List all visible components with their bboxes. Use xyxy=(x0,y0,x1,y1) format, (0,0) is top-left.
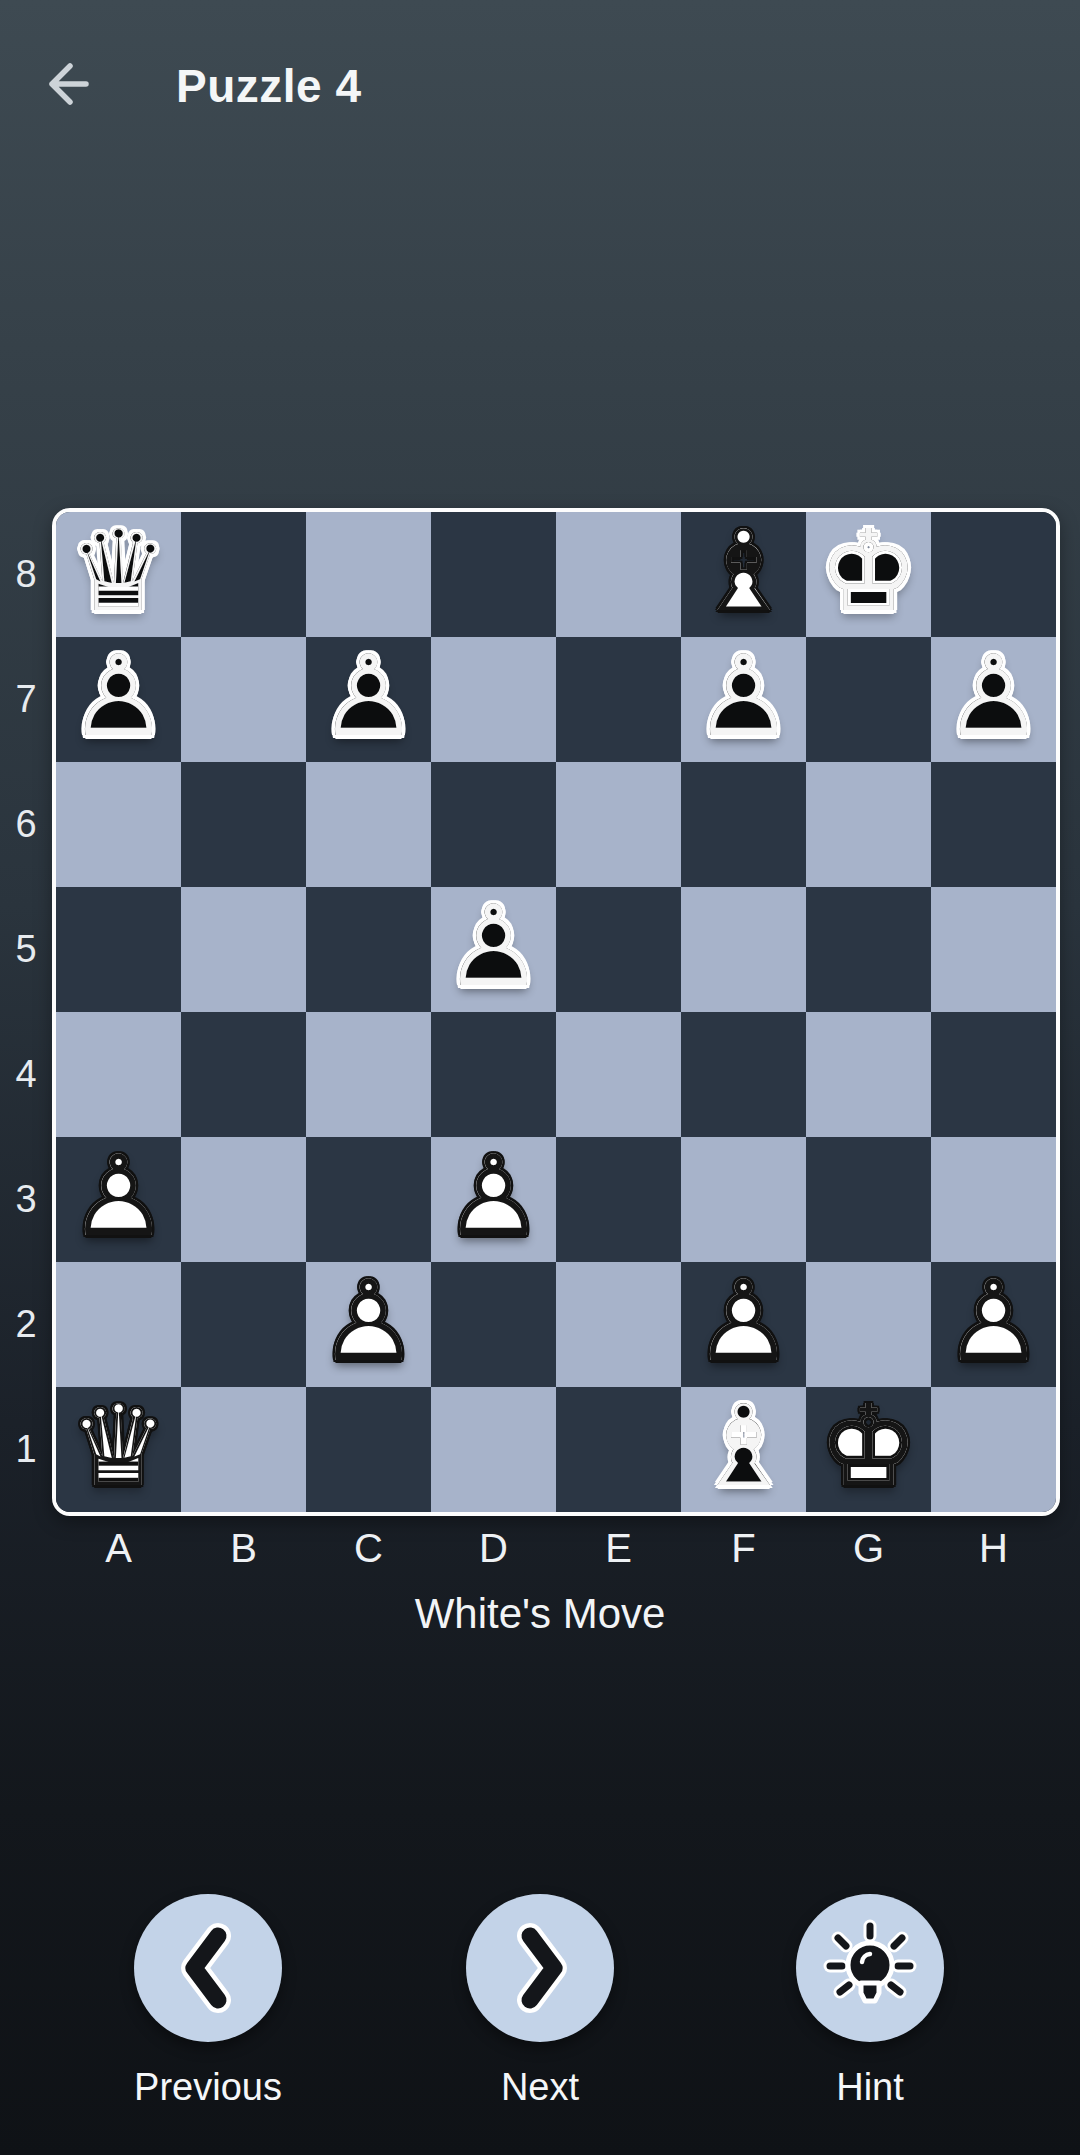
rank-label-5: 5 xyxy=(8,887,44,1012)
file-label-a: A xyxy=(56,1526,181,1571)
square-a8[interactable]: ♛♕ xyxy=(56,512,181,637)
header: Puzzle 4 xyxy=(0,0,1080,140)
square-b3[interactable] xyxy=(181,1137,306,1262)
rank-label-7: 7 xyxy=(8,637,44,762)
square-a3[interactable]: ♟♙ xyxy=(56,1137,181,1262)
previous-button[interactable] xyxy=(134,1894,282,2042)
move-indicator: White's Move xyxy=(0,1590,1080,1638)
file-label-f: F xyxy=(681,1526,806,1571)
square-b5[interactable] xyxy=(181,887,306,1012)
piece-white-bishop: ♝♗ xyxy=(681,512,806,637)
file-labels: ABCDEFGH xyxy=(56,1526,1056,1571)
square-e8[interactable] xyxy=(556,512,681,637)
square-c7[interactable]: ♟♙ xyxy=(306,637,431,762)
file-label-h: H xyxy=(931,1526,1056,1571)
square-d8[interactable] xyxy=(431,512,556,637)
square-c6[interactable] xyxy=(306,762,431,887)
square-a5[interactable] xyxy=(56,887,181,1012)
chess-board: ♛♕♝♗♚♔♟♙♟♙♟♙♟♙♟♙♟♙♟♙♟♙♟♙♟♙♛♕♝♗♚♔ xyxy=(52,508,1060,1516)
square-g6[interactable] xyxy=(806,762,931,887)
square-d7[interactable] xyxy=(431,637,556,762)
piece-white-pawn: ♟♙ xyxy=(681,1262,806,1387)
square-f3[interactable] xyxy=(681,1137,806,1262)
piece-black-pawn: ♟♙ xyxy=(681,637,806,762)
square-b4[interactable] xyxy=(181,1012,306,1137)
square-g3[interactable] xyxy=(806,1137,931,1262)
square-b7[interactable] xyxy=(181,637,306,762)
hint-control: Hint xyxy=(760,1894,980,2109)
chevron-right-icon xyxy=(492,1920,588,2016)
square-h5[interactable] xyxy=(931,887,1056,1012)
piece-white-pawn: ♟♙ xyxy=(431,1137,556,1262)
square-f6[interactable] xyxy=(681,762,806,887)
square-e5[interactable] xyxy=(556,887,681,1012)
square-f7[interactable]: ♟♙ xyxy=(681,637,806,762)
square-d6[interactable] xyxy=(431,762,556,887)
rank-label-4: 4 xyxy=(8,1012,44,1137)
piece-white-pawn: ♟♙ xyxy=(306,1262,431,1387)
square-e2[interactable] xyxy=(556,1262,681,1387)
piece-black-pawn: ♟♙ xyxy=(306,637,431,762)
square-c4[interactable] xyxy=(306,1012,431,1137)
square-a4[interactable] xyxy=(56,1012,181,1137)
file-label-g: G xyxy=(806,1526,931,1571)
square-a7[interactable]: ♟♙ xyxy=(56,637,181,762)
piece-white-queen: ♛♕ xyxy=(56,1387,181,1512)
lightbulb-icon xyxy=(820,1918,920,2018)
square-g2[interactable] xyxy=(806,1262,931,1387)
next-control: Next xyxy=(430,1894,650,2109)
piece-white-pawn: ♟♙ xyxy=(56,1137,181,1262)
piece-white-pawn: ♟♙ xyxy=(931,1262,1056,1387)
square-h2[interactable]: ♟♙ xyxy=(931,1262,1056,1387)
file-label-d: D xyxy=(431,1526,556,1571)
piece-black-pawn: ♟♙ xyxy=(431,887,556,1012)
square-c3[interactable] xyxy=(306,1137,431,1262)
square-h6[interactable] xyxy=(931,762,1056,887)
square-g4[interactable] xyxy=(806,1012,931,1137)
rank-label-1: 1 xyxy=(8,1387,44,1512)
piece-black-bishop: ♝♗ xyxy=(681,1387,806,1512)
square-d2[interactable] xyxy=(431,1262,556,1387)
square-c2[interactable]: ♟♙ xyxy=(306,1262,431,1387)
rank-label-6: 6 xyxy=(8,762,44,887)
square-h1[interactable] xyxy=(931,1387,1056,1512)
board-area: 87654321 ♛♕♝♗♚♔♟♙♟♙♟♙♟♙♟♙♟♙♟♙♟♙♟♙♟♙♛♕♝♗♚… xyxy=(52,508,1060,1516)
square-a2[interactable] xyxy=(56,1262,181,1387)
square-b6[interactable] xyxy=(181,762,306,887)
square-c1[interactable] xyxy=(306,1387,431,1512)
square-b2[interactable] xyxy=(181,1262,306,1387)
hint-label: Hint xyxy=(836,2066,904,2109)
square-a1[interactable]: ♛♕ xyxy=(56,1387,181,1512)
square-f1[interactable]: ♝♗ xyxy=(681,1387,806,1512)
square-f5[interactable] xyxy=(681,887,806,1012)
square-f4[interactable] xyxy=(681,1012,806,1137)
square-g8[interactable]: ♚♔ xyxy=(806,512,931,637)
back-button[interactable] xyxy=(34,52,98,116)
piece-white-king: ♚♔ xyxy=(806,1387,931,1512)
piece-black-pawn: ♟♙ xyxy=(56,637,181,762)
square-d3[interactable]: ♟♙ xyxy=(431,1137,556,1262)
square-a6[interactable] xyxy=(56,762,181,887)
square-d4[interactable] xyxy=(431,1012,556,1137)
hint-button[interactable] xyxy=(796,1894,944,2042)
square-d1[interactable] xyxy=(431,1387,556,1512)
page-title: Puzzle 4 xyxy=(176,56,362,116)
next-button[interactable] xyxy=(466,1894,614,2042)
square-d5[interactable]: ♟♙ xyxy=(431,887,556,1012)
rank-label-3: 3 xyxy=(8,1137,44,1262)
square-h7[interactable]: ♟♙ xyxy=(931,637,1056,762)
next-label: Next xyxy=(501,2066,579,2109)
square-e3[interactable] xyxy=(556,1137,681,1262)
square-h8[interactable] xyxy=(931,512,1056,637)
square-h4[interactable] xyxy=(931,1012,1056,1137)
square-b1[interactable] xyxy=(181,1387,306,1512)
piece-black-queen: ♛♕ xyxy=(56,512,181,637)
square-c5[interactable] xyxy=(306,887,431,1012)
square-g1[interactable]: ♚♔ xyxy=(806,1387,931,1512)
square-g5[interactable] xyxy=(806,887,931,1012)
square-f2[interactable]: ♟♙ xyxy=(681,1262,806,1387)
file-label-b: B xyxy=(181,1526,306,1571)
chevron-left-icon xyxy=(160,1920,256,2016)
square-f8[interactable]: ♝♗ xyxy=(681,512,806,637)
square-c8[interactable] xyxy=(306,512,431,637)
piece-black-king: ♚♔ xyxy=(806,512,931,637)
rank-labels: 87654321 xyxy=(8,512,44,1512)
square-g7[interactable] xyxy=(806,637,931,762)
square-e4[interactable] xyxy=(556,1012,681,1137)
square-e7[interactable] xyxy=(556,637,681,762)
previous-label: Previous xyxy=(134,2066,282,2109)
rank-label-2: 2 xyxy=(8,1262,44,1387)
previous-control: Previous xyxy=(98,1894,318,2109)
square-b8[interactable] xyxy=(181,512,306,637)
piece-black-pawn: ♟♙ xyxy=(931,637,1056,762)
file-label-c: C xyxy=(306,1526,431,1571)
arrow-back-icon xyxy=(40,58,92,110)
square-h3[interactable] xyxy=(931,1137,1056,1262)
rank-label-8: 8 xyxy=(8,512,44,637)
square-e1[interactable] xyxy=(556,1387,681,1512)
file-label-e: E xyxy=(556,1526,681,1571)
square-e6[interactable] xyxy=(556,762,681,887)
